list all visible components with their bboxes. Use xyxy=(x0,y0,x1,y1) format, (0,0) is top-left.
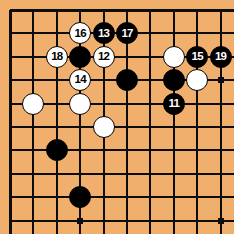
black-stone xyxy=(69,186,91,208)
white-stone xyxy=(163,46,185,68)
black-stone-move-13: 13 xyxy=(93,22,115,44)
black-stone-move-19: 19 xyxy=(210,46,232,68)
white-stone xyxy=(93,116,115,138)
black-stone-move-11: 11 xyxy=(163,93,185,115)
white-stone xyxy=(22,93,44,115)
black-stone xyxy=(163,69,185,91)
black-stone-move-15: 15 xyxy=(186,46,208,68)
black-stone xyxy=(46,139,68,161)
white-stone xyxy=(186,69,208,91)
white-stone-move-12: 12 xyxy=(93,46,115,68)
white-stone xyxy=(69,93,91,115)
black-stone xyxy=(69,46,91,68)
white-stone-move-16: 16 xyxy=(69,22,91,44)
stones-layer: 161317181215191411 xyxy=(0,0,234,234)
black-stone-move-17: 17 xyxy=(116,22,138,44)
white-stone-move-14: 14 xyxy=(69,69,91,91)
black-stone xyxy=(116,69,138,91)
white-stone-move-18: 18 xyxy=(46,46,68,68)
go-board: 161317181215191411 xyxy=(0,0,234,234)
